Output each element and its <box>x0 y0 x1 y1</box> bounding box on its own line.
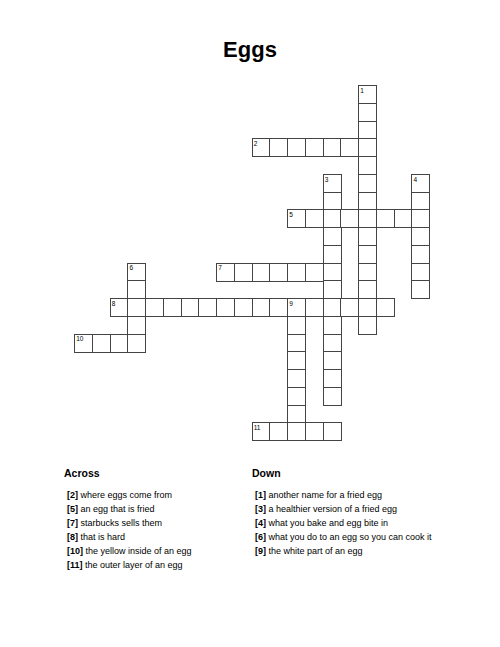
clue-item-9: [9] the white part of an egg <box>252 544 442 558</box>
grid-cell-r13c16[interactable] <box>358 316 377 335</box>
cell-number-11: 11 <box>254 424 261 431</box>
grid-cell-r3c11[interactable] <box>269 138 288 157</box>
cell-number-8: 8 <box>112 300 116 307</box>
clue-number: [10] <box>67 546 83 556</box>
down-clue-list: [1] another name for a fried egg[3] a he… <box>252 488 442 558</box>
down-clues-section: Down [1] another name for a fried egg[3]… <box>252 467 442 558</box>
grid-cell-r11c19[interactable] <box>411 280 430 299</box>
grid-cell-r8c14[interactable] <box>323 227 342 246</box>
grid-cell-r14c1[interactable] <box>92 334 111 353</box>
grid-cell-r7c16[interactable] <box>358 209 377 228</box>
grid-cell-r13c14[interactable] <box>323 316 342 335</box>
grid-cell-r10c12[interactable] <box>287 263 306 282</box>
grid-cell-r12c7[interactable] <box>198 298 217 317</box>
clue-item-1: [1] another name for a fried egg <box>252 488 442 502</box>
grid-cell-r13c3[interactable] <box>127 316 146 335</box>
grid-cell-r10c19[interactable] <box>411 263 430 282</box>
clue-number: [6] <box>255 532 266 542</box>
clue-text: another name for a fried egg <box>266 490 382 500</box>
clue-number: [9] <box>255 546 266 556</box>
grid-cell-r14c2[interactable] <box>110 334 129 353</box>
grid-cell-r18c12[interactable] <box>287 405 306 424</box>
grid-cell-r12c11[interactable] <box>269 298 288 317</box>
clue-text: an egg that is fried <box>78 504 155 514</box>
grid-cell-r14c3[interactable] <box>127 334 146 353</box>
grid-cell-r10c11[interactable] <box>269 263 288 282</box>
grid-cell-r17c14[interactable] <box>323 387 342 406</box>
grid-cell-r19c12[interactable] <box>287 422 306 441</box>
grid-cell-r12c9[interactable] <box>234 298 253 317</box>
grid-cell-r15c14[interactable] <box>323 351 342 370</box>
grid-cell-r9c14[interactable] <box>323 245 342 264</box>
clue-number: [7] <box>67 518 78 528</box>
grid-cell-r3c14[interactable] <box>323 138 342 157</box>
grid-cell-r3c12[interactable] <box>287 138 306 157</box>
down-header: Down <box>252 467 442 479</box>
across-clue-list: [2] where eggs come from[5] an egg that … <box>64 488 254 572</box>
cell-number-5: 5 <box>289 211 293 218</box>
cell-number-6: 6 <box>129 264 133 271</box>
grid-cell-r14c14[interactable] <box>323 334 342 353</box>
clue-text: what you do to an egg so you can cook it <box>266 532 432 542</box>
grid-cell-r14c12[interactable] <box>287 334 306 353</box>
cell-number-1: 1 <box>360 87 364 94</box>
grid-cell-r12c10[interactable] <box>252 298 271 317</box>
grid-cell-r7c19[interactable] <box>411 209 430 228</box>
grid-cell-r7c13[interactable] <box>305 209 324 228</box>
clue-number: [2] <box>67 490 78 500</box>
grid-cell-r5c16[interactable] <box>358 174 377 193</box>
clue-item-6: [6] what you do to an egg so you can coo… <box>252 530 442 544</box>
grid-cell-r3c13[interactable] <box>305 138 324 157</box>
grid-cell-r7c17[interactable] <box>376 209 395 228</box>
grid-cell-r6c16[interactable] <box>358 192 377 211</box>
grid-cell-r10c14[interactable] <box>323 263 342 282</box>
clue-text: the outer layer of an egg <box>83 560 183 570</box>
grid-cell-r3c16[interactable] <box>358 138 377 157</box>
clue-text: where eggs come from <box>78 490 172 500</box>
grid-cell-r17c12[interactable] <box>287 387 306 406</box>
grid-cell-r12c15[interactable] <box>340 298 359 317</box>
grid-cell-r12c6[interactable] <box>181 298 200 317</box>
crossword-grid: 1234567891011 <box>74 85 431 442</box>
clue-item-8: [8] that is hard <box>64 530 254 544</box>
clue-text: the white part of an egg <box>266 546 363 556</box>
cell-number-4: 4 <box>413 176 417 183</box>
clue-number: [11] <box>67 560 83 570</box>
clue-item-3: [3] a healthier version of a fried egg <box>252 502 442 516</box>
grid-cell-r19c13[interactable] <box>305 422 324 441</box>
cell-number-9: 9 <box>289 300 293 307</box>
grid-cell-r10c16[interactable] <box>358 263 377 282</box>
grid-cell-r12c4[interactable] <box>145 298 164 317</box>
grid-cell-r11c16[interactable] <box>358 280 377 299</box>
clue-number: [5] <box>67 504 78 514</box>
across-clues-section: Across [2] where eggs come from[5] an eg… <box>64 467 254 572</box>
grid-cell-r19c11[interactable] <box>269 422 288 441</box>
grid-cell-r4c16[interactable] <box>358 156 377 175</box>
clue-number: [4] <box>255 518 266 528</box>
clue-text: a healthier version of a fried egg <box>266 504 397 514</box>
grid-cell-r2c16[interactable] <box>358 121 377 140</box>
grid-cell-r19c14[interactable] <box>323 422 342 441</box>
cell-number-7: 7 <box>218 264 222 271</box>
clue-text: the yellow inside of an egg <box>83 546 192 556</box>
cell-number-10: 10 <box>76 335 83 342</box>
across-header: Across <box>64 467 254 479</box>
grid-cell-r12c17[interactable] <box>376 298 395 317</box>
grid-cell-r16c12[interactable] <box>287 369 306 388</box>
grid-cell-r12c16[interactable] <box>358 298 377 317</box>
grid-cell-r12c13[interactable] <box>305 298 324 317</box>
grid-cell-r9c16[interactable] <box>358 245 377 264</box>
grid-cell-r3c15[interactable] <box>340 138 359 157</box>
grid-cell-r1c16[interactable] <box>358 103 377 122</box>
grid-cell-r7c15[interactable] <box>340 209 359 228</box>
clue-item-5: [5] an egg that is fried <box>64 502 254 516</box>
cell-number-3: 3 <box>325 176 329 183</box>
grid-cell-r11c3[interactable] <box>127 280 146 299</box>
grid-cell-r11c14[interactable] <box>323 280 342 299</box>
grid-cell-r8c19[interactable] <box>411 227 430 246</box>
grid-cell-r8c16[interactable] <box>358 227 377 246</box>
grid-cell-r12c14[interactable] <box>323 298 342 317</box>
clue-item-2: [2] where eggs come from <box>64 488 254 502</box>
grid-cell-r10c13[interactable] <box>305 263 324 282</box>
grid-cell-r10c10[interactable] <box>252 263 271 282</box>
grid-cell-r6c14[interactable] <box>323 192 342 211</box>
grid-cell-r10c9[interactable] <box>234 263 253 282</box>
grid-cell-r7c18[interactable] <box>394 209 413 228</box>
cell-number-2: 2 <box>254 140 258 147</box>
grid-cell-r13c12[interactable] <box>287 316 306 335</box>
grid-cell-r12c8[interactable] <box>216 298 235 317</box>
clue-text: starbucks sells them <box>78 518 162 528</box>
grid-cell-r12c3[interactable] <box>127 298 146 317</box>
clue-number: [3] <box>255 504 266 514</box>
grid-cell-r7c14[interactable] <box>323 209 342 228</box>
grid-cell-r6c19[interactable] <box>411 192 430 211</box>
grid-cell-r9c19[interactable] <box>411 245 430 264</box>
clue-item-7: [7] starbucks sells them <box>64 516 254 530</box>
clue-text: what you bake and egg bite in <box>266 518 388 528</box>
clue-item-11: [11] the outer layer of an egg <box>64 558 254 572</box>
clue-item-10: [10] the yellow inside of an egg <box>64 544 254 558</box>
clue-item-4: [4] what you bake and egg bite in <box>252 516 442 530</box>
grid-cell-r15c12[interactable] <box>287 351 306 370</box>
clue-number: [1] <box>255 490 266 500</box>
puzzle-title: Eggs <box>0 36 500 63</box>
grid-cell-r16c14[interactable] <box>323 369 342 388</box>
clue-number: [8] <box>67 532 78 542</box>
grid-cell-r12c5[interactable] <box>163 298 182 317</box>
clue-text: that is hard <box>78 532 125 542</box>
crossword-page: Eggs 1234567891011 Across [2] where eggs… <box>0 0 500 647</box>
